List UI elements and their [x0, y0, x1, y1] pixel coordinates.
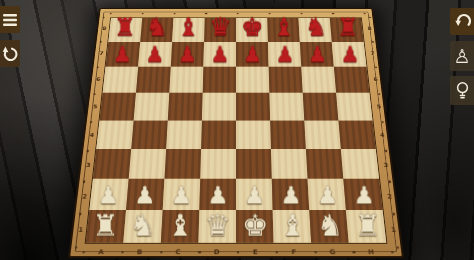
file-label-f: F: [288, 249, 300, 257]
piece-white-queen[interactable]: ♛: [204, 211, 231, 241]
square-g4[interactable]: [304, 120, 341, 149]
square-a5[interactable]: [100, 93, 136, 120]
frame-nail-dot: [75, 247, 78, 249]
frame-nail-dot: [276, 251, 278, 253]
square-d6[interactable]: [203, 67, 236, 93]
file-label-a: A: [95, 249, 108, 257]
frame-nail-dot: [205, 13, 207, 15]
piece-white-king[interactable]: ♚: [241, 211, 268, 241]
frame-nail-dot: [198, 251, 200, 253]
square-h4[interactable]: [338, 120, 375, 149]
piece-white-pawn[interactable]: ♟: [353, 183, 375, 207]
piece-white-rook[interactable]: ♜: [354, 211, 381, 241]
frame-nail-dot: [237, 13, 239, 15]
frame-nail-dot: [332, 13, 334, 15]
frame-nail-dot: [110, 13, 112, 15]
square-d8[interactable]: ♛: [204, 18, 236, 42]
frame-nail-dot: [369, 17, 371, 19]
square-f1[interactable]: ♝: [273, 210, 312, 243]
square-a4[interactable]: [96, 120, 133, 149]
piece-black-pawn[interactable]: ♟: [308, 44, 327, 65]
hint-button[interactable]: [450, 76, 474, 105]
restart-button[interactable]: [0, 40, 20, 67]
frame-nail-dot: [142, 13, 144, 15]
piece-black-bishop[interactable]: ♝: [272, 15, 295, 40]
square-h2[interactable]: ♟: [343, 179, 382, 210]
undo-button[interactable]: [450, 8, 474, 35]
piece-white-pawn[interactable]: ♟: [170, 183, 192, 207]
square-d4[interactable]: [201, 120, 236, 149]
piece-black-knight[interactable]: ♞: [145, 15, 168, 40]
rank-label-2-left: 2: [79, 193, 91, 200]
square-e7[interactable]: ♟: [236, 42, 269, 67]
piece-black-pawn[interactable]: ♟: [340, 44, 359, 65]
rank-label-7-right: 7: [367, 51, 378, 57]
frame-nail-dot: [364, 13, 366, 15]
square-f8[interactable]: ♝: [267, 18, 300, 42]
frame-nail-dot: [237, 251, 239, 253]
chess-app-screen: ♜♞♝♛♚♝♞♜♟♟♟♟♟♟♟♟♟♟♟♟♟♟♟♟♜♞♝♛♚♝♞♜ ABCDEFG…: [0, 0, 474, 260]
pawn-icon: ♙: [453, 47, 470, 66]
square-f5[interactable]: [269, 93, 304, 120]
file-label-d: D: [211, 249, 223, 257]
square-e6[interactable]: [236, 67, 269, 93]
file-label-h: H: [365, 249, 378, 257]
piece-white-pawn[interactable]: ♟: [280, 183, 302, 207]
rank-label-4-right: 4: [377, 132, 389, 138]
piece-white-bishop[interactable]: ♝: [167, 211, 194, 241]
square-a7[interactable]: ♟: [106, 42, 141, 67]
frame-nail-dot: [86, 150, 88, 152]
square-g8[interactable]: ♞: [299, 18, 332, 42]
rank-label-7-left: 7: [96, 51, 107, 57]
square-d1[interactable]: ♛: [198, 210, 236, 243]
square-d3[interactable]: [200, 149, 236, 179]
square-a3[interactable]: [93, 149, 131, 179]
frame-nail-dot: [353, 251, 356, 253]
square-c6[interactable]: [169, 67, 203, 93]
frame-nail-dot: [99, 41, 101, 43]
rank-label-1-left: 1: [75, 226, 88, 233]
square-b1[interactable]: ♞: [123, 210, 162, 243]
square-f7[interactable]: ♟: [268, 42, 301, 67]
square-a2[interactable]: ♟: [89, 179, 128, 210]
frame-nail-dot: [372, 41, 374, 43]
hamburger-icon: [3, 14, 17, 26]
frame-nail-dot: [90, 121, 92, 123]
chess-board: ♜♞♝♛♚♝♞♜♟♟♟♟♟♟♟♟♟♟♟♟♟♟♟♟♜♞♝♛♚♝♞♜ ABCDEFG…: [68, 8, 404, 258]
square-g2[interactable]: ♟: [308, 179, 346, 210]
frame-nail-dot: [382, 121, 384, 123]
frame-nail-dot: [300, 13, 302, 15]
rank-label-5-left: 5: [90, 104, 101, 110]
file-label-c: C: [172, 249, 184, 257]
rank-label-1-right: 1: [387, 226, 400, 233]
rank-label-5-right: 5: [373, 104, 384, 110]
square-b7[interactable]: ♟: [138, 42, 172, 67]
rank-label-4-left: 4: [86, 132, 98, 138]
rank-label-8-right: 8: [364, 26, 375, 31]
rank-label-6-left: 6: [93, 77, 104, 83]
frame-nail-dot: [79, 213, 82, 215]
piece-white-knight[interactable]: ♞: [129, 211, 156, 241]
piece-black-king[interactable]: ♚: [241, 15, 264, 40]
piece-white-bishop[interactable]: ♝: [279, 211, 306, 241]
square-d7[interactable]: ♟: [203, 42, 236, 67]
square-e4[interactable]: [236, 120, 271, 149]
board-grid: ♜♞♝♛♚♝♞♜♟♟♟♟♟♟♟♟♟♟♟♟♟♟♟♟♜♞♝♛♚♝♞♜: [85, 17, 388, 243]
square-b4[interactable]: [131, 120, 168, 149]
piece-white-pawn[interactable]: ♟: [97, 183, 119, 207]
rank-label-2-right: 2: [384, 193, 396, 200]
menu-button[interactable]: [0, 6, 20, 33]
square-f6[interactable]: [269, 67, 303, 93]
frame-nail-dot: [83, 251, 86, 253]
square-g1[interactable]: ♞: [309, 210, 348, 243]
square-b3[interactable]: [129, 149, 166, 179]
frame-nail-dot: [385, 150, 387, 152]
square-a1[interactable]: ♜: [86, 210, 126, 243]
piece-white-pawn[interactable]: ♟: [207, 183, 229, 207]
square-h1[interactable]: ♜: [346, 210, 386, 243]
frame-nail-dot: [93, 93, 95, 95]
rank-label-3-left: 3: [82, 162, 94, 169]
frame-nail-dot: [378, 93, 380, 95]
square-e3[interactable]: [236, 149, 272, 179]
frame-nail-dot: [314, 251, 317, 253]
rank-label-3-right: 3: [380, 162, 392, 169]
square-b2[interactable]: ♟: [126, 179, 164, 210]
piece-black-knight[interactable]: ♞: [304, 15, 327, 40]
square-e1[interactable]: ♚: [236, 210, 274, 243]
square-c2[interactable]: ♟: [163, 179, 201, 210]
frame-nail-dot: [269, 13, 271, 15]
piece-white-rook[interactable]: ♜: [92, 211, 119, 241]
frame-nail-dot: [389, 181, 392, 183]
square-c8[interactable]: ♝: [172, 18, 205, 42]
square-g3[interactable]: [306, 149, 343, 179]
frame-nail-dot: [83, 181, 85, 183]
piece-black-bishop[interactable]: ♝: [177, 15, 200, 40]
square-h8[interactable]: ♜: [330, 18, 364, 42]
piece-black-pawn[interactable]: ♟: [275, 44, 294, 65]
frame-nail-dot: [96, 67, 98, 69]
square-c3[interactable]: [164, 149, 201, 179]
player-mode-button[interactable]: ♙: [450, 41, 474, 71]
restart-icon: [2, 46, 18, 62]
frame-nail-dot: [102, 17, 104, 19]
board-scene: ♜♞♝♛♚♝♞♜♟♟♟♟♟♟♟♟♟♟♟♟♟♟♟♟♜♞♝♛♚♝♞♜ ABCDEFG…: [68, 0, 404, 258]
rank-label-8-left: 8: [99, 26, 110, 31]
square-e5[interactable]: [236, 93, 270, 120]
file-label-g: G: [326, 249, 338, 257]
square-f2[interactable]: ♟: [272, 179, 310, 210]
square-g5[interactable]: [303, 93, 339, 120]
piece-black-pawn[interactable]: ♟: [178, 44, 197, 65]
piece-black-pawn[interactable]: ♟: [145, 44, 164, 65]
lightbulb-icon: [455, 81, 470, 100]
file-label-e: E: [249, 249, 261, 257]
piece-white-pawn[interactable]: ♟: [134, 183, 156, 207]
square-e2[interactable]: ♟: [236, 179, 273, 210]
file-label-b: B: [133, 249, 145, 257]
square-c7[interactable]: ♟: [171, 42, 204, 67]
undo-arrow-icon: [454, 13, 471, 30]
square-f3[interactable]: [271, 149, 308, 179]
square-h5[interactable]: [336, 93, 372, 120]
piece-black-pawn[interactable]: ♟: [210, 44, 229, 65]
square-h7[interactable]: ♟: [332, 42, 367, 67]
square-a6[interactable]: [103, 67, 139, 93]
frame-nail-dot: [393, 213, 396, 215]
frame-nail-dot: [391, 251, 394, 253]
square-d5[interactable]: [202, 93, 236, 120]
square-e8[interactable]: ♚: [236, 18, 268, 42]
square-g6[interactable]: [301, 67, 336, 93]
square-h6[interactable]: [334, 67, 370, 93]
rank-label-6-right: 6: [370, 77, 381, 83]
frame-nail-dot: [397, 247, 400, 249]
piece-white-knight[interactable]: ♞: [316, 211, 343, 241]
square-b6[interactable]: [136, 67, 171, 93]
square-d2[interactable]: ♟: [199, 179, 236, 210]
frame-nail-dot: [121, 251, 124, 253]
piece-black-rook[interactable]: ♜: [113, 15, 136, 40]
square-f4[interactable]: [270, 120, 306, 149]
square-c5[interactable]: [168, 93, 203, 120]
square-c4[interactable]: [166, 120, 202, 149]
square-c1[interactable]: ♝: [161, 210, 200, 243]
square-g7[interactable]: ♟: [300, 42, 334, 67]
piece-black-pawn[interactable]: ♟: [243, 44, 262, 65]
piece-black-queen[interactable]: ♛: [209, 15, 232, 40]
frame-nail-dot: [375, 67, 377, 69]
square-b5[interactable]: [134, 93, 170, 120]
frame-nail-dot: [160, 251, 163, 253]
piece-white-pawn[interactable]: ♟: [317, 183, 339, 207]
frame-nail-dot: [173, 13, 175, 15]
piece-black-rook[interactable]: ♜: [336, 15, 359, 40]
square-a8[interactable]: ♜: [108, 18, 142, 42]
piece-white-pawn[interactable]: ♟: [243, 183, 265, 207]
piece-black-pawn[interactable]: ♟: [113, 44, 132, 65]
square-b8[interactable]: ♞: [140, 18, 173, 42]
square-h3[interactable]: [341, 149, 379, 179]
